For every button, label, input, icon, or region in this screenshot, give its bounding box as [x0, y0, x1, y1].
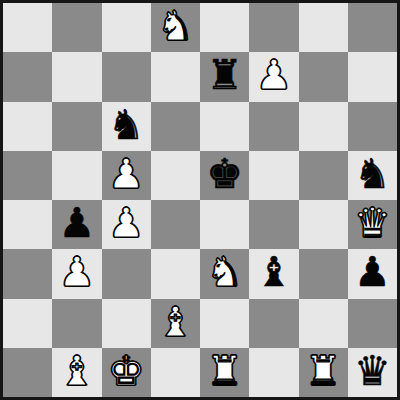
square-b4[interactable]: ♟: [52, 200, 101, 249]
square-e4[interactable]: [200, 200, 249, 249]
square-g1[interactable]: ♜: [299, 348, 348, 397]
square-h7[interactable]: [348, 52, 397, 101]
white-bishop-on-d2: ♝: [157, 302, 194, 343]
square-e8[interactable]: [200, 3, 249, 52]
black-pawn-on-h3: ♟: [354, 252, 391, 293]
white-pawn-on-c4: ♟: [108, 203, 145, 244]
square-c8[interactable]: [102, 3, 151, 52]
black-knight-on-c6: ♞: [108, 105, 145, 146]
square-h4[interactable]: ♛: [348, 200, 397, 249]
square-e2[interactable]: [200, 299, 249, 348]
square-c7[interactable]: [102, 52, 151, 101]
square-d6[interactable]: [151, 102, 200, 151]
square-f6[interactable]: [249, 102, 298, 151]
white-queen-on-h4: ♛: [354, 203, 391, 244]
white-pawn-on-c5: ♟: [108, 154, 145, 195]
square-d2[interactable]: ♝: [151, 299, 200, 348]
square-a8[interactable]: [3, 3, 52, 52]
white-rook-on-g1: ♜: [305, 351, 342, 392]
square-d5[interactable]: [151, 151, 200, 200]
square-h3[interactable]: ♟: [348, 249, 397, 298]
white-pawn-on-b3: ♟: [58, 252, 95, 293]
square-g2[interactable]: [299, 299, 348, 348]
square-a7[interactable]: [3, 52, 52, 101]
square-f7[interactable]: ♟: [249, 52, 298, 101]
square-f1[interactable]: [249, 348, 298, 397]
square-d7[interactable]: [151, 52, 200, 101]
square-c6[interactable]: ♞: [102, 102, 151, 151]
square-b7[interactable]: [52, 52, 101, 101]
square-c3[interactable]: [102, 249, 151, 298]
square-a1[interactable]: [3, 348, 52, 397]
square-g8[interactable]: [299, 3, 348, 52]
square-a4[interactable]: [3, 200, 52, 249]
square-h1[interactable]: ♛: [348, 348, 397, 397]
black-king-on-e5: ♚: [206, 154, 243, 195]
square-c4[interactable]: ♟: [102, 200, 151, 249]
square-f2[interactable]: [249, 299, 298, 348]
square-e7[interactable]: ♜: [200, 52, 249, 101]
square-b5[interactable]: [52, 151, 101, 200]
square-a3[interactable]: [3, 249, 52, 298]
square-b8[interactable]: [52, 3, 101, 52]
square-h2[interactable]: [348, 299, 397, 348]
square-b3[interactable]: ♟: [52, 249, 101, 298]
chess-diagram: ♞♜♟♞♟♚♞♟♟♛♟♞♝♟♝♝♚♜♜♛: [0, 0, 400, 400]
square-g3[interactable]: [299, 249, 348, 298]
square-a5[interactable]: [3, 151, 52, 200]
black-rook-on-e7: ♜: [206, 55, 243, 96]
square-e5[interactable]: ♚: [200, 151, 249, 200]
square-b1[interactable]: ♝: [52, 348, 101, 397]
square-b6[interactable]: [52, 102, 101, 151]
square-b2[interactable]: [52, 299, 101, 348]
square-g4[interactable]: [299, 200, 348, 249]
square-h5[interactable]: ♞: [348, 151, 397, 200]
black-pawn-on-b4: ♟: [58, 203, 95, 244]
square-h6[interactable]: [348, 102, 397, 151]
square-c1[interactable]: ♚: [102, 348, 151, 397]
square-g6[interactable]: [299, 102, 348, 151]
square-g5[interactable]: [299, 151, 348, 200]
white-king-on-c1: ♚: [108, 351, 145, 392]
square-c5[interactable]: ♟: [102, 151, 151, 200]
square-d4[interactable]: [151, 200, 200, 249]
white-knight-on-e3: ♞: [206, 252, 243, 293]
white-pawn-on-f7: ♟: [255, 55, 292, 96]
square-f4[interactable]: [249, 200, 298, 249]
square-f3[interactable]: ♝: [249, 249, 298, 298]
square-d1[interactable]: [151, 348, 200, 397]
square-e6[interactable]: [200, 102, 249, 151]
square-e1[interactable]: ♜: [200, 348, 249, 397]
white-knight-on-d8: ♞: [157, 6, 194, 47]
square-g7[interactable]: [299, 52, 348, 101]
square-a6[interactable]: [3, 102, 52, 151]
square-h8[interactable]: [348, 3, 397, 52]
white-bishop-on-b1: ♝: [58, 351, 95, 392]
black-knight-on-h5: ♞: [354, 154, 391, 195]
square-f5[interactable]: [249, 151, 298, 200]
black-bishop-on-f3: ♝: [255, 252, 292, 293]
black-queen-on-h1: ♛: [354, 351, 391, 392]
square-d8[interactable]: ♞: [151, 3, 200, 52]
square-c2[interactable]: [102, 299, 151, 348]
chess-board: ♞♜♟♞♟♚♞♟♟♛♟♞♝♟♝♝♚♜♜♛: [0, 0, 400, 400]
white-rook-on-e1: ♜: [206, 351, 243, 392]
square-f8[interactable]: [249, 3, 298, 52]
square-a2[interactable]: [3, 299, 52, 348]
square-e3[interactable]: ♞: [200, 249, 249, 298]
square-d3[interactable]: [151, 249, 200, 298]
